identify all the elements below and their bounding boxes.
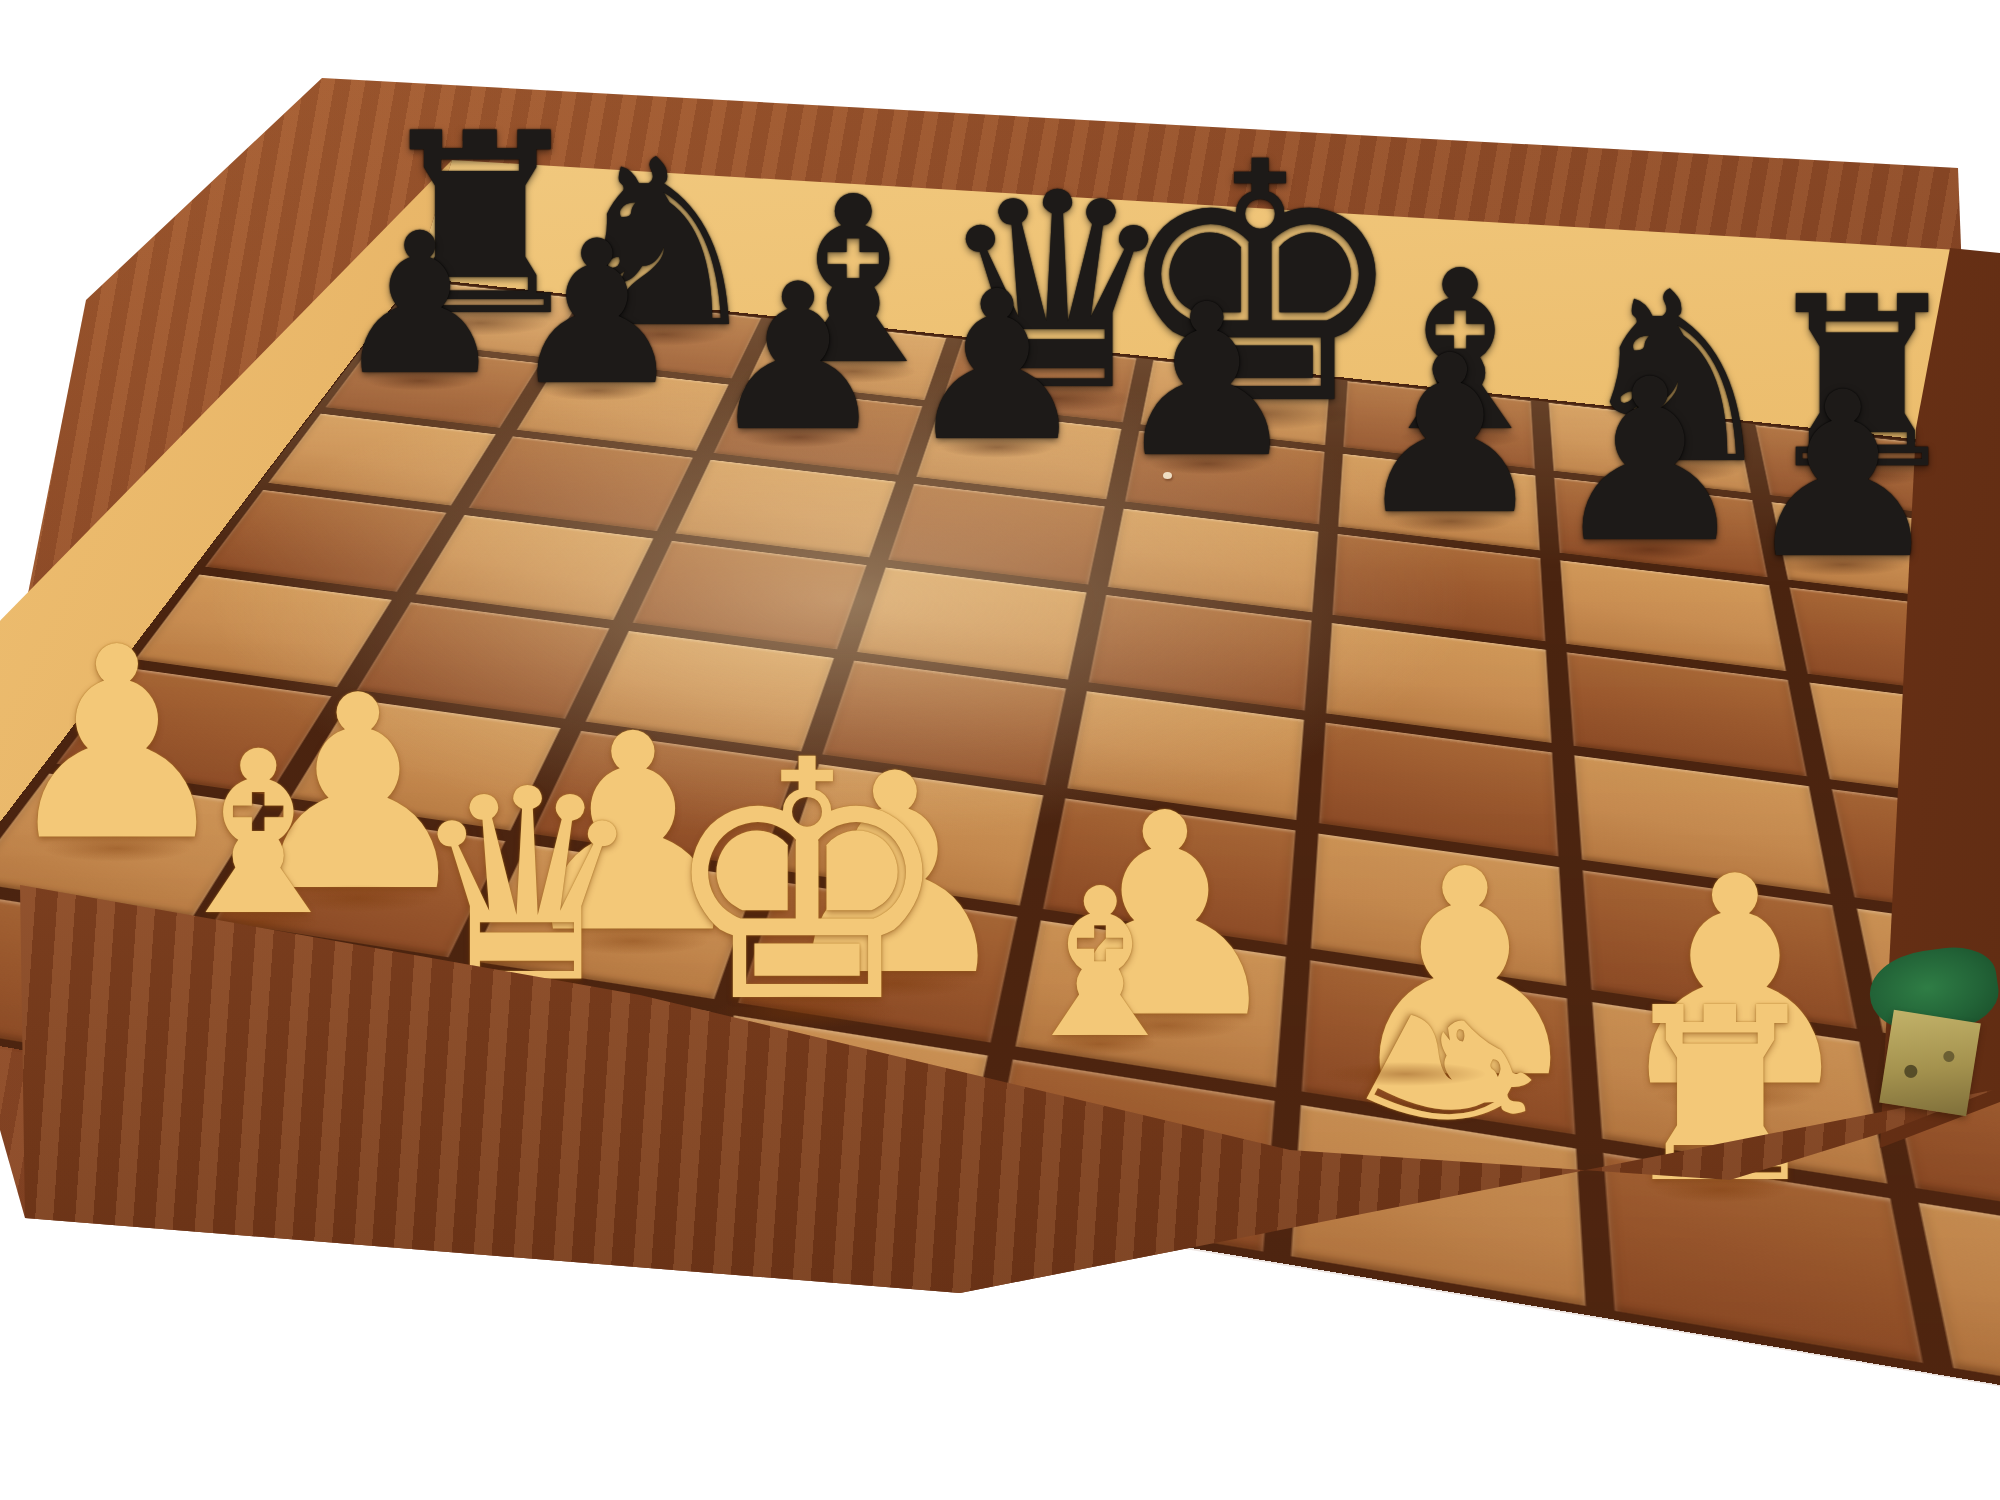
pawn-glyph: ♟ [707, 257, 888, 459]
rook-glyph: ♜ [1612, 976, 1827, 1216]
piece-black-pawn-c7[interactable]: ♟ [707, 257, 888, 459]
piece-white-bishop-e1[interactable]: ♝ [1008, 862, 1192, 1067]
piece-black-pawn-d7[interactable]: ♟ [905, 264, 1090, 470]
pawn-glyph: ♟ [1113, 277, 1301, 487]
pawn-glyph: ♟ [333, 207, 508, 402]
square-b6[interactable] [469, 436, 693, 531]
piece-black-pawn-a7[interactable]: ♟ [333, 207, 508, 402]
piece-white-bishop-b1[interactable]: ♝ [157, 722, 359, 947]
pawn-glyph: ♟ [508, 215, 686, 413]
piece-black-pawn-b7[interactable]: ♟ [508, 215, 686, 413]
chess-box-photo: ♜♞♝♛♚♝♞♜♟♟♟♟♟♟♟♟♟♟♟♟♟♟♟♝♛♚♝♞♜ [0, 0, 2000, 1500]
square-a6[interactable] [269, 413, 496, 505]
king-glyph: ♚ [659, 718, 955, 1048]
clasp-hinge-icon [1879, 1010, 1981, 1117]
square-f5[interactable] [1327, 623, 1552, 743]
piece-black-pawn-e7[interactable]: ♟ [1113, 277, 1301, 487]
square-d6[interactable] [888, 484, 1104, 585]
pawn-glyph: ♟ [1550, 350, 1751, 574]
piece-white-knight-f1[interactable]: ♞ [1315, 898, 1494, 1098]
piece-black-pawn-f7[interactable]: ♟ [1352, 327, 1547, 545]
square-h1[interactable] [1919, 1203, 2000, 1422]
square-g5[interactable] [1567, 652, 1807, 776]
piece-black-pawn-h7[interactable]: ♟ [1741, 362, 1945, 590]
square-a5[interactable] [205, 490, 446, 592]
square-e6[interactable] [1107, 508, 1319, 612]
square-d5[interactable] [856, 567, 1085, 679]
pawn-glyph: ♟ [905, 264, 1090, 470]
square-c5[interactable] [633, 541, 866, 649]
square-e5[interactable] [1088, 595, 1313, 711]
piece-black-pawn-g7[interactable]: ♟ [1550, 350, 1751, 574]
piece-white-king-d1[interactable]: ♚ [659, 718, 955, 1048]
pawn-glyph: ♟ [1741, 362, 1945, 590]
pawn-glyph: ♟ [1352, 327, 1547, 545]
bishop-glyph: ♝ [1008, 862, 1192, 1067]
square-b5[interactable] [416, 515, 653, 620]
piece-white-rook-g1[interactable]: ♜ [1612, 976, 1827, 1216]
bishop-glyph: ♝ [157, 722, 359, 947]
